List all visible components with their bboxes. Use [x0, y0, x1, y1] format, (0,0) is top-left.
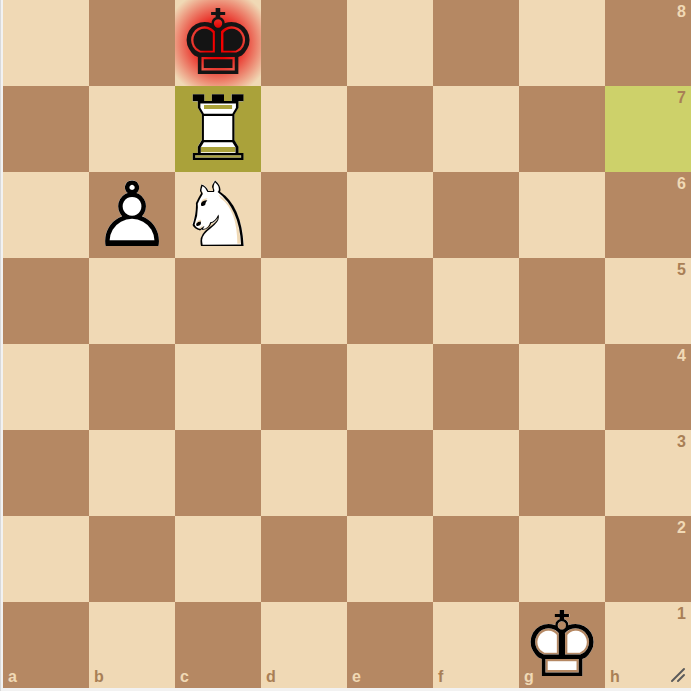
square-b7[interactable] [89, 86, 175, 172]
coord-file-d: d [266, 668, 276, 686]
square-a2[interactable] [3, 516, 89, 602]
square-a6[interactable] [3, 172, 89, 258]
square-g2[interactable] [519, 516, 605, 602]
square-g7[interactable] [519, 86, 605, 172]
coord-file-c: c [180, 668, 189, 686]
square-h8[interactable]: 8 [605, 0, 691, 86]
square-e8[interactable] [347, 0, 433, 86]
square-g3[interactable] [519, 430, 605, 516]
square-f7[interactable] [433, 86, 519, 172]
coord-file-b: b [94, 668, 104, 686]
square-d5[interactable] [261, 258, 347, 344]
square-a8[interactable] [3, 0, 89, 86]
square-e4[interactable] [347, 344, 433, 430]
square-b2[interactable] [89, 516, 175, 602]
square-g4[interactable] [519, 344, 605, 430]
square-f5[interactable] [433, 258, 519, 344]
square-d6[interactable] [261, 172, 347, 258]
square-c2[interactable] [175, 516, 261, 602]
coord-file-e: e [352, 668, 361, 686]
square-a7[interactable] [3, 86, 89, 172]
coord-rank-6: 6 [677, 175, 686, 193]
square-c1[interactable]: c [175, 602, 261, 688]
square-h2[interactable]: 2 [605, 516, 691, 602]
square-b1[interactable]: b [89, 602, 175, 688]
square-e2[interactable] [347, 516, 433, 602]
white-rook-outline: ♖ [175, 86, 261, 172]
square-e1[interactable]: e [347, 602, 433, 688]
square-e6[interactable] [347, 172, 433, 258]
coord-file-a: a [8, 668, 17, 686]
page: ♚8♜♖7♟♙♞♘65432abcdefg♚♔h1 [0, 0, 691, 691]
square-h7[interactable]: 7 [605, 86, 691, 172]
square-f4[interactable] [433, 344, 519, 430]
square-f1[interactable]: f [433, 602, 519, 688]
coord-rank-1: 1 [677, 605, 686, 623]
square-b3[interactable] [89, 430, 175, 516]
square-e7[interactable] [347, 86, 433, 172]
square-e3[interactable] [347, 430, 433, 516]
square-f6[interactable] [433, 172, 519, 258]
white-knight-icon[interactable]: ♞♘ [175, 172, 261, 258]
square-b4[interactable] [89, 344, 175, 430]
square-g6[interactable] [519, 172, 605, 258]
coord-rank-7: 7 [677, 89, 686, 107]
coord-rank-2: 2 [677, 519, 686, 537]
white-knight-outline: ♘ [175, 172, 261, 258]
square-g8[interactable] [519, 0, 605, 86]
coord-rank-5: 5 [677, 261, 686, 279]
square-c6[interactable]: ♞♘ [175, 172, 261, 258]
square-c4[interactable] [175, 344, 261, 430]
square-f3[interactable] [433, 430, 519, 516]
black-king-fill: ♚ [175, 0, 261, 86]
square-c3[interactable] [175, 430, 261, 516]
coord-file-h: h [610, 668, 620, 686]
square-d4[interactable] [261, 344, 347, 430]
square-a5[interactable] [3, 258, 89, 344]
coord-rank-4: 4 [677, 347, 686, 365]
square-c8[interactable]: ♚ [175, 0, 261, 86]
square-d8[interactable] [261, 0, 347, 86]
coord-file-f: f [438, 668, 443, 686]
chess-board: ♚8♜♖7♟♙♞♘65432abcdefg♚♔h1 [3, 0, 691, 688]
board-resize-handle-icon[interactable] [667, 664, 687, 684]
square-d1[interactable]: d [261, 602, 347, 688]
square-e5[interactable] [347, 258, 433, 344]
square-a4[interactable] [3, 344, 89, 430]
square-h6[interactable]: 6 [605, 172, 691, 258]
white-pawn-outline: ♙ [89, 172, 175, 258]
black-king-icon[interactable]: ♚ [175, 0, 261, 86]
square-d7[interactable] [261, 86, 347, 172]
coord-file-g: g [524, 668, 534, 686]
white-pawn-icon[interactable]: ♟♙ [89, 172, 175, 258]
square-g1[interactable]: g♚♔ [519, 602, 605, 688]
square-f8[interactable] [433, 0, 519, 86]
square-b6[interactable]: ♟♙ [89, 172, 175, 258]
coord-rank-3: 3 [677, 433, 686, 451]
white-rook-icon[interactable]: ♜♖ [175, 86, 261, 172]
square-a1[interactable]: a [3, 602, 89, 688]
square-h5[interactable]: 5 [605, 258, 691, 344]
square-d2[interactable] [261, 516, 347, 602]
square-a3[interactable] [3, 430, 89, 516]
square-b5[interactable] [89, 258, 175, 344]
square-f2[interactable] [433, 516, 519, 602]
square-d3[interactable] [261, 430, 347, 516]
square-h3[interactable]: 3 [605, 430, 691, 516]
square-g5[interactable] [519, 258, 605, 344]
square-c5[interactable] [175, 258, 261, 344]
square-c7[interactable]: ♜♖ [175, 86, 261, 172]
square-b8[interactable] [89, 0, 175, 86]
coord-rank-8: 8 [677, 3, 686, 21]
square-h4[interactable]: 4 [605, 344, 691, 430]
